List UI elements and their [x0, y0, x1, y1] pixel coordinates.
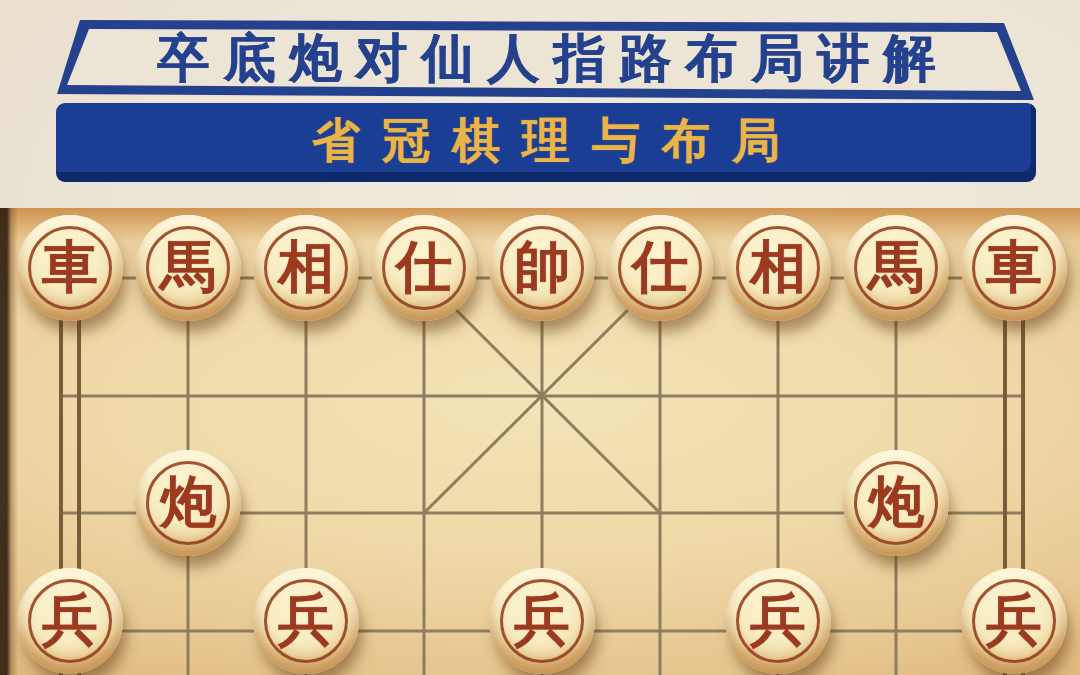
piece-相-file7-rank1[interactable]: 相 — [725, 215, 831, 321]
piece-character: 兵 — [750, 592, 806, 648]
xiangqi-board[interactable]: 車馬相仕帥仕相馬車炮炮兵兵兵兵兵 — [0, 208, 1080, 675]
header-area: 卒底炮对仙人指路布局讲解 省冠棋理与布局 — [0, 0, 1080, 208]
piece-兵-file9-rank4[interactable]: 兵 — [961, 568, 1067, 674]
piece-character: 仕 — [632, 239, 688, 295]
piece-車-file1-rank1[interactable]: 車 — [17, 215, 123, 321]
piece-character: 兵 — [42, 592, 98, 648]
piece-馬-file8-rank1[interactable]: 馬 — [843, 215, 949, 321]
subtitle-text: 省冠棋理与布局 — [290, 109, 802, 173]
piece-character: 帥 — [514, 239, 570, 295]
piece-兵-file7-rank4[interactable]: 兵 — [725, 568, 831, 674]
piece-仕-file6-rank1[interactable]: 仕 — [607, 215, 713, 321]
piece-兵-file1-rank4[interactable]: 兵 — [17, 568, 123, 674]
piece-仕-file4-rank1[interactable]: 仕 — [371, 215, 477, 321]
piece-character: 相 — [750, 239, 806, 295]
piece-character: 馬 — [868, 239, 924, 295]
piece-character: 仕 — [396, 239, 452, 295]
piece-兵-file3-rank4[interactable]: 兵 — [253, 568, 359, 674]
piece-character: 炮 — [160, 474, 216, 530]
piece-車-file9-rank1[interactable]: 車 — [961, 215, 1067, 321]
piece-character: 炮 — [868, 474, 924, 530]
piece-馬-file2-rank1[interactable]: 馬 — [135, 215, 241, 321]
piece-帥-file5-rank1[interactable]: 帥 — [489, 215, 595, 321]
piece-character: 兵 — [986, 592, 1042, 648]
piece-character: 車 — [986, 239, 1042, 295]
piece-兵-file5-rank4[interactable]: 兵 — [489, 568, 595, 674]
piece-炮-file8-rank3[interactable]: 炮 — [843, 450, 949, 556]
piece-character: 車 — [42, 239, 98, 295]
page-root: 卒底炮对仙人指路布局讲解 省冠棋理与布局 車馬相仕帥仕相馬車炮炮兵兵兵兵兵 — [0, 0, 1080, 675]
piece-character: 兵 — [278, 592, 334, 648]
piece-character: 兵 — [514, 592, 570, 648]
title-banner: 卒底炮对仙人指路布局讲解 — [50, 13, 1042, 105]
piece-character: 馬 — [160, 239, 216, 295]
piece-炮-file2-rank3[interactable]: 炮 — [135, 450, 241, 556]
title-text: 卒底炮对仙人指路布局讲解 — [143, 24, 949, 94]
piece-character: 相 — [278, 239, 334, 295]
title-banner-fill: 卒底炮对仙人指路布局讲解 — [50, 13, 1042, 105]
piece-相-file3-rank1[interactable]: 相 — [253, 215, 359, 321]
subtitle-banner: 省冠棋理与布局 — [56, 103, 1036, 179]
